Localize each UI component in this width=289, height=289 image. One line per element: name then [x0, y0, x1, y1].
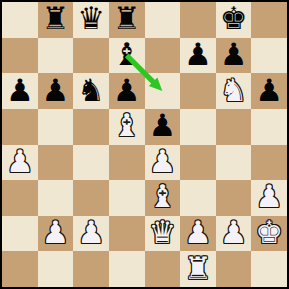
square-h5[interactable]: [251, 109, 287, 145]
square-c5[interactable]: [73, 109, 109, 145]
square-d8[interactable]: ♜: [109, 2, 145, 38]
square-h7[interactable]: [251, 38, 287, 74]
square-c4[interactable]: [73, 145, 109, 181]
square-e1[interactable]: [145, 251, 181, 287]
square-d5[interactable]: ♝: [109, 109, 145, 145]
piece-white-pawn[interactable]: ♟: [255, 181, 283, 212]
square-h3[interactable]: ♟: [251, 180, 287, 216]
square-b4[interactable]: [38, 145, 74, 181]
square-e2[interactable]: ♛: [145, 216, 181, 252]
piece-black-queen[interactable]: ♛: [77, 3, 105, 34]
piece-black-knight[interactable]: ♞: [77, 75, 105, 106]
square-f1[interactable]: ♜: [180, 251, 216, 287]
square-d1[interactable]: [109, 251, 145, 287]
piece-black-pawn[interactable]: ♟: [42, 75, 70, 106]
square-e8[interactable]: [145, 2, 181, 38]
square-g5[interactable]: [216, 109, 252, 145]
piece-white-pawn[interactable]: ♟: [77, 217, 105, 248]
piece-white-pawn[interactable]: ♟: [184, 217, 212, 248]
square-b2[interactable]: ♟: [38, 216, 74, 252]
square-h6[interactable]: ♟: [251, 73, 287, 109]
square-f6[interactable]: [180, 73, 216, 109]
square-d2[interactable]: [109, 216, 145, 252]
piece-black-pawn[interactable]: ♟: [6, 75, 34, 106]
piece-black-pawn[interactable]: ♟: [113, 75, 141, 106]
square-g2[interactable]: ♟: [216, 216, 252, 252]
square-a5[interactable]: [2, 109, 38, 145]
piece-white-pawn[interactable]: ♟: [42, 217, 70, 248]
square-a6[interactable]: ♟: [2, 73, 38, 109]
piece-white-bishop[interactable]: ♝: [113, 110, 141, 141]
square-h2[interactable]: ♚: [251, 216, 287, 252]
piece-black-king[interactable]: ♚: [220, 3, 248, 34]
square-g3[interactable]: [216, 180, 252, 216]
square-h4[interactable]: [251, 145, 287, 181]
square-f7[interactable]: ♟: [180, 38, 216, 74]
piece-white-knight[interactable]: ♞: [220, 75, 248, 106]
piece-black-pawn[interactable]: ♟: [184, 39, 212, 70]
square-e3[interactable]: ♝: [145, 180, 181, 216]
square-b3[interactable]: [38, 180, 74, 216]
piece-black-pawn[interactable]: ♟: [220, 39, 248, 70]
square-d6[interactable]: ♟: [109, 73, 145, 109]
square-e6[interactable]: [145, 73, 181, 109]
square-e4[interactable]: ♟: [145, 145, 181, 181]
square-h1[interactable]: [251, 251, 287, 287]
piece-white-queen[interactable]: ♛: [148, 217, 176, 248]
square-c8[interactable]: ♛: [73, 2, 109, 38]
square-a7[interactable]: [2, 38, 38, 74]
square-g1[interactable]: [216, 251, 252, 287]
square-c7[interactable]: [73, 38, 109, 74]
square-c1[interactable]: [73, 251, 109, 287]
square-b6[interactable]: ♟: [38, 73, 74, 109]
square-b8[interactable]: ♜: [38, 2, 74, 38]
square-c3[interactable]: [73, 180, 109, 216]
square-h8[interactable]: [251, 2, 287, 38]
square-g8[interactable]: ♚: [216, 2, 252, 38]
square-g7[interactable]: ♟: [216, 38, 252, 74]
piece-white-pawn[interactable]: ♟: [220, 217, 248, 248]
square-c2[interactable]: ♟: [73, 216, 109, 252]
square-a1[interactable]: [2, 251, 38, 287]
piece-white-pawn[interactable]: ♟: [148, 146, 176, 177]
square-a2[interactable]: [2, 216, 38, 252]
square-g4[interactable]: [216, 145, 252, 181]
square-c6[interactable]: ♞: [73, 73, 109, 109]
piece-white-rook[interactable]: ♜: [184, 253, 212, 284]
piece-black-bishop[interactable]: ♝: [113, 39, 141, 70]
square-e7[interactable]: [145, 38, 181, 74]
square-b5[interactable]: [38, 109, 74, 145]
square-b7[interactable]: [38, 38, 74, 74]
square-a3[interactable]: [2, 180, 38, 216]
piece-white-bishop[interactable]: ♝: [148, 181, 176, 212]
piece-black-pawn[interactable]: ♟: [148, 110, 176, 141]
chess-board: ♜♛♜♚♝♟♟♟♟♞♟♞♟♝♟♟♟♝♟♟♟♛♟♟♚♜: [0, 0, 289, 289]
piece-black-pawn[interactable]: ♟: [255, 75, 283, 106]
square-f4[interactable]: [180, 145, 216, 181]
square-f2[interactable]: ♟: [180, 216, 216, 252]
square-a8[interactable]: [2, 2, 38, 38]
square-d4[interactable]: [109, 145, 145, 181]
square-b1[interactable]: [38, 251, 74, 287]
piece-white-pawn[interactable]: ♟: [6, 146, 34, 177]
square-g6[interactable]: ♞: [216, 73, 252, 109]
square-f8[interactable]: [180, 2, 216, 38]
square-f5[interactable]: [180, 109, 216, 145]
piece-black-rook[interactable]: ♜: [42, 3, 70, 34]
piece-white-king[interactable]: ♚: [255, 217, 283, 248]
square-e5[interactable]: ♟: [145, 109, 181, 145]
square-f3[interactable]: [180, 180, 216, 216]
square-a4[interactable]: ♟: [2, 145, 38, 181]
piece-black-rook[interactable]: ♜: [113, 3, 141, 34]
square-d3[interactable]: [109, 180, 145, 216]
square-d7[interactable]: ♝: [109, 38, 145, 74]
